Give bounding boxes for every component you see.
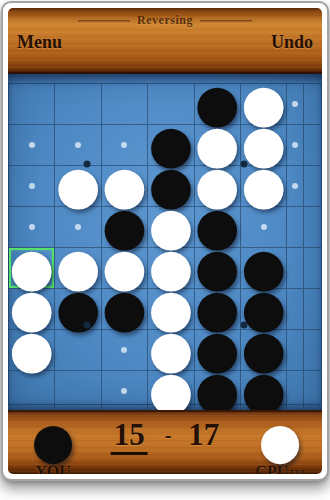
board-cell-g7[interactable] (287, 330, 304, 371)
board-cell-a1[interactable] (9, 84, 55, 125)
board-cell-g5[interactable] (287, 248, 304, 289)
black-disc-icon: ● (102, 288, 147, 328)
board-cell-h7[interactable] (304, 330, 321, 371)
star-point-icon (240, 160, 247, 167)
board-cell-f8[interactable]: ● (241, 371, 287, 411)
board-cell-h1[interactable] (304, 84, 321, 125)
legal-move-hint-icon (292, 183, 298, 189)
white-player-tray: ● CPULV1 (252, 423, 308, 474)
legal-move-hint-icon (29, 142, 35, 148)
board-cell-e8[interactable]: ● (195, 371, 241, 411)
board-cell-a3[interactable] (9, 166, 55, 207)
board-cell-h5[interactable] (304, 248, 321, 289)
legal-move-hint-icon (121, 142, 127, 148)
board-cell-g8[interactable] (287, 371, 304, 411)
white-disc-icon: ● (241, 165, 286, 205)
board-cell-h4[interactable] (304, 207, 321, 248)
board-cell-g3[interactable] (287, 166, 304, 207)
legal-move-hint-icon (292, 142, 298, 148)
legal-move-hint-icon (121, 388, 127, 394)
screenshot-canvas: Reversing Menu Undo ●●●●●●●●●●●●●●●●●●●●… (0, 0, 330, 500)
board-cell-g6[interactable] (287, 289, 304, 330)
board-cell-b6[interactable]: ● (55, 289, 101, 330)
board-grid: ●●●●●●●●●●●●●●●●●●●●●●●●●●●●●●●● (8, 83, 322, 405)
board-cell-h3[interactable] (304, 166, 321, 207)
black-player-tray: ● YOU (31, 423, 75, 474)
score-separator: - (165, 424, 172, 447)
board-cell-b7[interactable] (55, 330, 101, 371)
app-title: Reversing (137, 13, 193, 28)
legal-move-hint-icon (292, 101, 298, 107)
star-point-icon (240, 321, 247, 328)
board-cell-f3[interactable]: ● (241, 166, 287, 207)
black-disc-icon: ● (241, 370, 286, 410)
board-cell-h6[interactable] (304, 289, 321, 330)
board-cell-c7[interactable] (102, 330, 148, 371)
score-display: 15 - 17 (111, 419, 220, 455)
legal-move-hint-icon (29, 183, 35, 189)
reversi-app: Reversing Menu Undo ●●●●●●●●●●●●●●●●●●●●… (8, 8, 322, 474)
star-point-icon (83, 160, 90, 167)
menu-button[interactable]: Menu (17, 32, 62, 53)
board-cell-a8[interactable] (9, 371, 55, 411)
legal-move-hint-icon (261, 224, 267, 230)
board-cell-a2[interactable] (9, 125, 55, 166)
board-cell-h2[interactable] (304, 125, 321, 166)
black-score: 15 (111, 419, 148, 455)
legal-move-hint-icon (75, 142, 81, 148)
board-cell-c6[interactable]: ● (102, 289, 148, 330)
board-cell-d8[interactable]: ● (148, 371, 194, 411)
black-disc-icon: ● (31, 422, 75, 458)
board-cell-b3[interactable]: ● (55, 166, 101, 207)
board-cell-b1[interactable] (55, 84, 101, 125)
title-ornament-line-left (78, 20, 130, 22)
undo-button[interactable]: Undo (271, 32, 313, 53)
title-ornament-line-right (200, 20, 252, 22)
white-disc-icon: ● (55, 165, 100, 205)
top-toolbar: Reversing Menu Undo (8, 8, 322, 74)
title-row: Reversing (8, 13, 322, 28)
board-cell-g4[interactable] (287, 207, 304, 248)
game-board: ●●●●●●●●●●●●●●●●●●●●●●●●●●●●●●●● (8, 74, 322, 410)
legal-move-hint-icon (75, 224, 81, 230)
board-cell-a7[interactable]: ● (9, 330, 55, 371)
board-cell-g2[interactable] (287, 125, 304, 166)
board-cell-g1[interactable] (287, 84, 304, 125)
black-disc-icon: ● (195, 370, 240, 410)
board-cell-b8[interactable] (55, 371, 101, 411)
legal-move-hint-icon (29, 224, 35, 230)
board-cell-c1[interactable] (102, 84, 148, 125)
app-window-frame: Reversing Menu Undo ●●●●●●●●●●●●●●●●●●●●… (1, 1, 329, 481)
star-point-icon (83, 321, 90, 328)
board-cell-c8[interactable] (102, 371, 148, 411)
white-score: 17 (188, 419, 219, 450)
white-disc-icon: ● (148, 370, 193, 410)
scoreboard-bar: ● YOU 15 - 17 ● CPULV1 (8, 410, 322, 474)
white-disc-icon: ● (258, 422, 302, 458)
board-cell-h8[interactable] (304, 371, 321, 411)
legal-move-hint-icon (121, 347, 127, 353)
white-disc-icon: ● (9, 329, 54, 369)
black-disc-icon: ● (55, 288, 100, 328)
